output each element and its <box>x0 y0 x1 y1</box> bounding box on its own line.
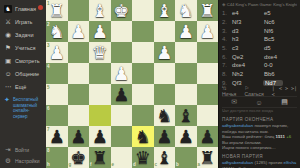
sidebar-item-Играть[interactable]: ⚔Играть <box>0 15 46 28</box>
promo-line1: Бесплатный шахматный <box>13 97 38 108</box>
square-h1[interactable]: 1♜ <box>46 0 68 21</box>
black-rook[interactable]: ♜ <box>199 147 215 168</box>
watch-icon: ▣ <box>4 57 12 65</box>
sidebar-item-label: Настройки <box>15 158 40 164</box>
square-d5[interactable] <box>132 84 154 105</box>
file-label: e <box>112 162 115 167</box>
lichess-logo: ♞ <box>4 5 12 13</box>
square-g1[interactable] <box>68 0 90 21</box>
notification-badge <box>38 5 43 10</box>
white-pawn[interactable]: ♟ <box>49 42 65 63</box>
file-label: g <box>69 162 72 167</box>
square-h4[interactable]: 4 <box>46 63 68 84</box>
more-icon: ⋯ <box>4 83 12 91</box>
square-f1[interactable]: ♝ <box>89 0 111 21</box>
player1-link[interactable]: adhyabendukan <box>222 160 253 165</box>
white-king[interactable]: ♚ <box>113 0 129 21</box>
square-e4[interactable]: ♟ <box>111 63 133 84</box>
sidebar-item-label: Смотреть <box>15 58 40 64</box>
white-knight[interactable]: ♞ <box>178 0 194 21</box>
new-game-players: adhyabendukan (1285) против elfisha (151… <box>222 160 297 168</box>
move-number: 8. <box>222 71 231 77</box>
black-pawn[interactable]: ♟ <box>92 126 108 147</box>
square-e8[interactable]: e <box>111 147 133 168</box>
black-pawn[interactable]: ♟ <box>49 126 65 147</box>
square-a5[interactable] <box>197 84 219 105</box>
white-bishop[interactable]: ♝ <box>156 0 172 21</box>
move-4b[interactable]: Bc5 <box>263 36 295 42</box>
sidebar-item-label: Общение <box>15 71 39 77</box>
chess-board[interactable]: 1♜♝♚♝♞♜2♞♟♟♟♟3♟♛♟4♟5♟6♞♝7♟♟♟♞♟♟♟8hg♚f♜ed… <box>46 0 218 168</box>
rank-label: 4 <box>47 64 50 69</box>
square-g5[interactable] <box>68 84 90 105</box>
rank-label: 6 <box>47 106 50 111</box>
sidebar-item-label: Учиться <box>15 45 36 51</box>
move-row: 6.Qe2dxe4 <box>222 52 297 61</box>
square-c1[interactable]: ♝ <box>154 0 176 21</box>
black-pawn[interactable]: ♟ <box>70 126 86 147</box>
rating-delta: +6 <box>285 134 291 139</box>
black-knight[interactable]: ♞ <box>156 105 172 126</box>
file-label: b <box>176 162 179 167</box>
square-g8[interactable]: g♚ <box>68 147 90 168</box>
square-g6[interactable] <box>68 105 90 126</box>
move-2b[interactable]: Nc6 <box>263 19 295 25</box>
move-row: 8.Nh2Bb6 <box>222 70 297 79</box>
move-row: 3.d3Nf6 <box>222 26 297 35</box>
rank-label: 1 <box>47 1 50 6</box>
opening-book-icon: ◈ <box>222 2 225 7</box>
black-bishop[interactable]: ♝ <box>156 147 172 168</box>
white-knight[interactable]: ♞ <box>49 21 65 42</box>
move-number: 1. <box>222 10 231 16</box>
file-label: f <box>90 162 92 167</box>
square-d3[interactable] <box>132 42 154 63</box>
square-f2[interactable]: ♟ <box>89 21 111 42</box>
main-menu-sidebar: ♞Главная⚔Играть◉Задачи⚑Учиться▣Смотреть☺… <box>0 0 46 168</box>
square-b3[interactable] <box>175 42 197 63</box>
sidebar-item-label: Задачи <box>15 32 33 38</box>
rating-value: 1511 <box>275 134 285 139</box>
square-b2[interactable]: ♟ <box>175 21 197 42</box>
square-b7[interactable]: ♟ <box>175 126 197 147</box>
square-f4[interactable] <box>89 63 111 84</box>
sign-in-icon: ⇥ <box>4 146 12 154</box>
square-h3[interactable]: 3♟ <box>46 42 68 63</box>
square-a7[interactable]: ♟ <box>197 126 219 147</box>
spectators-tab-icon[interactable]: ☺ <box>256 99 263 106</box>
square-f6[interactable] <box>89 105 111 126</box>
square-c2[interactable] <box>154 21 176 42</box>
file-label: c <box>155 162 158 167</box>
move-row: 1.e4e5 <box>222 9 297 18</box>
rank-label: 2 <box>47 22 50 27</box>
square-e6[interactable] <box>111 105 133 126</box>
gear-icon: ⚙ <box>4 157 12 165</box>
move-8b[interactable]: Bb6 <box>263 71 295 77</box>
move-number: 4. <box>222 36 231 42</box>
square-d7[interactable]: ♞ <box>132 126 154 147</box>
square-c3[interactable]: ♟ <box>154 42 176 63</box>
white-pawn[interactable]: ♟ <box>113 63 129 84</box>
square-b8[interactable]: b <box>175 147 197 168</box>
square-d1[interactable] <box>132 0 154 21</box>
move-3w[interactable]: d3 <box>231 28 263 34</box>
move-2w[interactable]: Nf3 <box>231 19 263 25</box>
square-a4[interactable] <box>197 63 219 84</box>
sidebar-item-label: Ещё <box>15 84 26 90</box>
player2-link[interactable]: elfisha <box>282 160 296 165</box>
black-rook[interactable]: ♜ <box>92 147 108 168</box>
square-e5[interactable]: ♟ <box>111 84 133 105</box>
square-a8[interactable]: a♜ <box>197 147 219 168</box>
promo-link[interactable]: ✦ Бесплатный шахматный онлайн-сервер <box>0 93 46 119</box>
sidebar-item-Главная[interactable]: ♞Главная <box>0 2 46 15</box>
rank-label: 7 <box>47 127 50 132</box>
file-label: h <box>47 162 50 167</box>
square-h8[interactable]: 8h <box>46 147 68 168</box>
move-number: 7. <box>222 62 231 68</box>
move-8w[interactable]: Nh2 <box>231 71 263 77</box>
move-6w[interactable]: Qe2 <box>231 54 263 60</box>
white-bishop[interactable]: ♝ <box>92 0 108 21</box>
sidebar-item-Задачи[interactable]: ◉Задачи <box>0 28 46 41</box>
square-d6[interactable] <box>132 105 154 126</box>
square-e2[interactable] <box>111 21 133 42</box>
square-f8[interactable]: f♜ <box>89 147 111 168</box>
sidebar-item-Смотреть[interactable]: ▣Смотреть <box>0 54 46 67</box>
white-pawn[interactable]: ♟ <box>199 21 215 42</box>
black-bishop[interactable]: ♝ <box>178 105 194 126</box>
square-c5[interactable] <box>154 84 176 105</box>
square-h2[interactable]: 2♞ <box>46 21 68 42</box>
black-queen[interactable]: ♛ <box>135 147 151 168</box>
promo-line2: онлайн-сервер <box>13 108 30 119</box>
sidebar-item-Настройки[interactable]: ⚙Настройки <box>0 155 46 166</box>
sidebar-item-Ещё[interactable]: ⋯Ещё <box>0 80 46 93</box>
white-pawn[interactable]: ♟ <box>70 21 86 42</box>
white-rook[interactable]: ♜ <box>49 0 65 21</box>
move-list[interactable]: 1.e4e52.Nf3Nc63.d3Nf64.h3Bc55.c3d56.Qe2d… <box>222 8 297 87</box>
square-h6[interactable]: 6 <box>46 105 68 126</box>
move-7b[interactable]: 0-0 <box>263 62 295 68</box>
white-queen[interactable]: ♛ <box>92 42 108 63</box>
square-h5[interactable]: 5 <box>46 84 68 105</box>
learn-icon: ⚑ <box>4 44 12 52</box>
move-4w[interactable]: h3 <box>231 36 263 42</box>
square-g2[interactable]: ♟ <box>68 21 90 42</box>
file-label: d <box>133 162 136 167</box>
square-h7[interactable]: 7♟ <box>46 126 68 147</box>
move-1b[interactable]: e5 <box>263 10 295 16</box>
menu-items: ♞Главная⚔Играть◉Задачи⚑Учиться▣Смотреть☺… <box>0 2 46 93</box>
square-g4[interactable] <box>68 63 90 84</box>
sidebar-item-label: Главная <box>15 6 36 12</box>
square-c7[interactable]: ♟ <box>154 126 176 147</box>
black-knight[interactable]: ♞ <box>135 126 151 147</box>
sidebar-item-Войти[interactable]: ⇥Войти <box>0 144 46 155</box>
square-f3[interactable]: ♛ <box>89 42 111 63</box>
square-d8[interactable]: d♛ <box>132 147 154 168</box>
black-pawn[interactable]: ♟ <box>199 126 215 147</box>
square-f5[interactable] <box>89 84 111 105</box>
square-f7[interactable]: ♟ <box>89 126 111 147</box>
square-c8[interactable]: c♝ <box>154 147 176 168</box>
sidebar-item-Общение[interactable]: ☺Общение <box>0 67 46 80</box>
black-pawn[interactable]: ♟ <box>113 84 129 105</box>
gem-icon: ✦ <box>4 97 10 119</box>
black-pawn[interactable]: ♟ <box>178 126 194 147</box>
square-b1[interactable]: ♞ <box>175 0 197 21</box>
move-row: 2.Nf3Nc6 <box>222 18 297 27</box>
square-e1[interactable]: ♚ <box>111 0 133 21</box>
square-a6[interactable] <box>197 105 219 126</box>
puzzle-icon: ◉ <box>4 31 12 39</box>
move-row: 7.dxe40-0 <box>222 61 297 70</box>
menu-footer: ⇥Войти⚙Настройки <box>0 144 46 166</box>
rank-label: 3 <box>47 43 50 48</box>
move-6b[interactable]: dxe4 <box>263 54 295 60</box>
file-label: a <box>198 162 201 167</box>
move-number: 6. <box>222 54 231 60</box>
square-g7[interactable]: ♟ <box>68 126 90 147</box>
square-c6[interactable]: ♞ <box>154 105 176 126</box>
move-5w[interactable]: c3 <box>231 45 263 51</box>
chat-tab-icon[interactable]: ✉ <box>231 98 237 106</box>
move-number: 2. <box>222 19 231 25</box>
sidebar-item-label: Войти <box>15 147 29 153</box>
opponent-link[interactable]: adhyabendukan <box>222 123 253 128</box>
square-d4[interactable] <box>132 63 154 84</box>
move-1w[interactable]: e4 <box>231 10 263 16</box>
move-row: 5.c3d5 <box>222 44 297 53</box>
white-pawn[interactable]: ♟ <box>92 21 108 42</box>
square-e3[interactable] <box>111 42 133 63</box>
panel-tabs: ✉☺▤ <box>222 96 297 108</box>
square-a1[interactable]: ♜ <box>197 0 219 21</box>
move-number: 5. <box>222 45 231 51</box>
move-5b[interactable]: d5 <box>263 45 295 51</box>
swords-icon: ⚔ <box>4 18 12 26</box>
square-d2[interactable] <box>132 21 154 42</box>
move-3b[interactable]: Nf6 <box>263 28 295 34</box>
analysis-tab-icon[interactable]: ▤ <box>281 98 288 106</box>
move-number: 3. <box>222 28 231 34</box>
rank-label: 8 <box>47 148 50 153</box>
game-over-result: adhyabendukan покинул партию, победа зас… <box>222 123 297 134</box>
square-b6[interactable]: ♝ <box>175 105 197 126</box>
move-7w[interactable]: dxe4 <box>231 62 263 68</box>
white-pawn[interactable]: ♟ <box>156 42 172 63</box>
game-toolbar: ½ Ничья ⚐ Сдаться |<<>>| <box>222 87 297 95</box>
square-c4[interactable] <box>154 63 176 84</box>
white-rook[interactable]: ♜ <box>199 0 215 21</box>
square-b5[interactable] <box>175 84 197 105</box>
game-side-panel: ◈ C44 King's Pawn Game: King's Knight Va… <box>218 0 300 168</box>
square-a3[interactable] <box>197 42 219 63</box>
square-g3[interactable] <box>68 42 90 63</box>
square-b4[interactable] <box>175 63 197 84</box>
community-icon: ☺ <box>4 70 12 77</box>
chat-note: Чат доступен после входа <box>222 108 297 114</box>
rank-label: 5 <box>47 85 50 90</box>
black-king[interactable]: ♚ <box>70 147 86 168</box>
black-pawn[interactable]: ♟ <box>156 126 172 147</box>
sidebar-item-Учиться[interactable]: ⚑Учиться <box>0 41 46 54</box>
white-pawn[interactable]: ♟ <box>178 21 194 42</box>
seek-note: Ищем нового соперника… <box>222 145 297 151</box>
sidebar-item-label: Играть <box>15 19 32 25</box>
square-a2[interactable]: ♟ <box>197 21 219 42</box>
move-row: 4.h3Bc5 <box>222 35 297 44</box>
square-e7[interactable] <box>111 126 133 147</box>
